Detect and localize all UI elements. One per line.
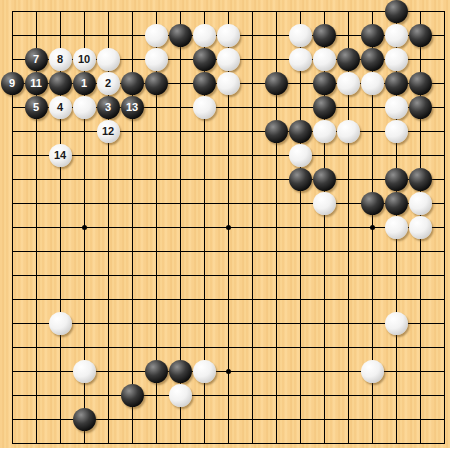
intersection[interactable] [120, 407, 144, 431]
intersection[interactable] [288, 71, 312, 95]
intersection[interactable] [24, 311, 48, 335]
intersection[interactable] [144, 407, 168, 431]
intersection[interactable] [96, 359, 120, 383]
intersection[interactable] [432, 287, 450, 311]
intersection[interactable] [96, 335, 120, 359]
intersection[interactable] [432, 263, 450, 287]
intersection[interactable] [216, 311, 240, 335]
intersection[interactable] [168, 0, 192, 23]
intersection[interactable]: 11 [24, 71, 48, 95]
intersection[interactable] [288, 407, 312, 431]
intersection[interactable] [72, 287, 96, 311]
intersection[interactable] [0, 239, 24, 263]
intersection[interactable] [120, 143, 144, 167]
intersection[interactable] [96, 383, 120, 407]
intersection[interactable] [72, 143, 96, 167]
intersection[interactable] [264, 47, 288, 71]
intersection[interactable] [144, 239, 168, 263]
intersection[interactable] [312, 383, 336, 407]
intersection[interactable] [288, 143, 312, 167]
intersection[interactable] [312, 95, 336, 119]
intersection[interactable] [144, 431, 168, 448]
intersection[interactable] [312, 143, 336, 167]
intersection[interactable] [192, 143, 216, 167]
intersection[interactable] [144, 383, 168, 407]
intersection[interactable] [0, 311, 24, 335]
intersection[interactable] [288, 23, 312, 47]
intersection[interactable] [432, 167, 450, 191]
intersection[interactable] [168, 119, 192, 143]
intersection[interactable] [168, 383, 192, 407]
intersection[interactable] [72, 431, 96, 448]
intersection[interactable] [24, 263, 48, 287]
intersection[interactable] [48, 263, 72, 287]
intersection[interactable] [192, 359, 216, 383]
intersection[interactable] [120, 167, 144, 191]
intersection[interactable] [24, 191, 48, 215]
intersection[interactable] [24, 407, 48, 431]
intersection[interactable] [120, 119, 144, 143]
intersection[interactable] [240, 335, 264, 359]
intersection[interactable] [240, 359, 264, 383]
intersection[interactable] [408, 167, 432, 191]
intersection[interactable] [336, 23, 360, 47]
intersection[interactable] [72, 335, 96, 359]
intersection[interactable] [48, 335, 72, 359]
intersection[interactable] [360, 143, 384, 167]
intersection[interactable] [0, 383, 24, 407]
intersection[interactable] [72, 95, 96, 119]
intersection[interactable] [288, 0, 312, 23]
intersection[interactable] [432, 215, 450, 239]
intersection[interactable]: 14 [48, 143, 72, 167]
intersection[interactable] [408, 191, 432, 215]
intersection[interactable] [360, 47, 384, 71]
intersection[interactable] [96, 0, 120, 23]
intersection[interactable] [384, 47, 408, 71]
intersection[interactable] [168, 191, 192, 215]
intersection[interactable] [264, 335, 288, 359]
intersection[interactable] [0, 191, 24, 215]
intersection[interactable] [216, 119, 240, 143]
intersection[interactable] [384, 311, 408, 335]
intersection[interactable] [408, 383, 432, 407]
intersection[interactable] [0, 47, 24, 71]
intersection[interactable] [96, 215, 120, 239]
intersection[interactable] [192, 407, 216, 431]
intersection[interactable]: 2 [96, 71, 120, 95]
intersection[interactable] [408, 95, 432, 119]
intersection[interactable] [216, 95, 240, 119]
intersection[interactable] [360, 383, 384, 407]
intersection[interactable] [96, 431, 120, 448]
intersection[interactable] [240, 47, 264, 71]
intersection[interactable] [336, 119, 360, 143]
intersection[interactable] [264, 407, 288, 431]
intersection[interactable] [192, 23, 216, 47]
intersection[interactable] [0, 95, 24, 119]
intersection[interactable] [336, 0, 360, 23]
intersection[interactable] [336, 263, 360, 287]
intersection[interactable] [432, 431, 450, 448]
intersection[interactable] [216, 239, 240, 263]
intersection[interactable] [264, 95, 288, 119]
intersection[interactable] [360, 431, 384, 448]
intersection[interactable] [264, 23, 288, 47]
intersection[interactable] [72, 263, 96, 287]
intersection[interactable] [192, 263, 216, 287]
intersection[interactable] [72, 239, 96, 263]
intersection[interactable] [264, 287, 288, 311]
intersection[interactable] [96, 311, 120, 335]
intersection[interactable] [264, 71, 288, 95]
intersection[interactable] [432, 191, 450, 215]
intersection[interactable] [216, 0, 240, 23]
intersection[interactable] [336, 47, 360, 71]
intersection[interactable] [168, 431, 192, 448]
intersection[interactable] [288, 119, 312, 143]
intersection[interactable] [240, 191, 264, 215]
intersection[interactable] [48, 71, 72, 95]
intersection[interactable] [24, 431, 48, 448]
intersection[interactable] [384, 407, 408, 431]
intersection[interactable] [336, 287, 360, 311]
intersection[interactable] [384, 287, 408, 311]
intersection[interactable] [216, 23, 240, 47]
intersection[interactable] [96, 143, 120, 167]
intersection[interactable] [408, 47, 432, 71]
intersection[interactable] [288, 47, 312, 71]
intersection[interactable] [192, 311, 216, 335]
intersection[interactable] [336, 383, 360, 407]
intersection[interactable] [144, 287, 168, 311]
intersection[interactable] [144, 119, 168, 143]
intersection[interactable] [312, 119, 336, 143]
intersection[interactable] [288, 359, 312, 383]
intersection[interactable] [240, 95, 264, 119]
intersection[interactable] [168, 407, 192, 431]
intersection[interactable] [120, 263, 144, 287]
intersection[interactable] [144, 0, 168, 23]
intersection[interactable] [192, 47, 216, 71]
intersection[interactable] [288, 239, 312, 263]
intersection[interactable] [48, 311, 72, 335]
intersection[interactable] [384, 95, 408, 119]
intersection[interactable] [216, 143, 240, 167]
intersection[interactable] [192, 71, 216, 95]
intersection[interactable] [192, 0, 216, 23]
intersection[interactable] [264, 431, 288, 448]
intersection[interactable] [144, 335, 168, 359]
intersection[interactable] [168, 23, 192, 47]
intersection[interactable] [0, 287, 24, 311]
intersection[interactable] [384, 143, 408, 167]
intersection[interactable] [96, 407, 120, 431]
intersection[interactable] [288, 311, 312, 335]
intersection[interactable] [288, 431, 312, 448]
intersection[interactable] [288, 191, 312, 215]
intersection[interactable] [408, 311, 432, 335]
intersection[interactable] [408, 287, 432, 311]
intersection[interactable] [336, 167, 360, 191]
intersection[interactable] [264, 359, 288, 383]
intersection[interactable] [0, 359, 24, 383]
intersection[interactable] [432, 335, 450, 359]
intersection[interactable] [48, 287, 72, 311]
intersection[interactable] [144, 263, 168, 287]
intersection[interactable] [360, 23, 384, 47]
intersection[interactable] [312, 287, 336, 311]
intersection[interactable] [432, 47, 450, 71]
intersection[interactable] [72, 167, 96, 191]
intersection[interactable] [216, 167, 240, 191]
intersection[interactable] [288, 263, 312, 287]
intersection[interactable] [384, 167, 408, 191]
intersection[interactable] [0, 335, 24, 359]
intersection[interactable] [240, 119, 264, 143]
intersection[interactable] [0, 119, 24, 143]
intersection[interactable] [24, 287, 48, 311]
intersection[interactable] [120, 47, 144, 71]
intersection[interactable] [312, 335, 336, 359]
intersection[interactable] [408, 119, 432, 143]
intersection[interactable] [168, 47, 192, 71]
intersection[interactable] [288, 167, 312, 191]
intersection[interactable]: 3 [96, 95, 120, 119]
intersection[interactable] [312, 71, 336, 95]
intersection[interactable] [264, 215, 288, 239]
intersection[interactable] [408, 431, 432, 448]
intersection[interactable] [120, 287, 144, 311]
intersection[interactable] [360, 407, 384, 431]
intersection[interactable] [240, 239, 264, 263]
intersection[interactable] [48, 0, 72, 23]
intersection[interactable] [408, 71, 432, 95]
intersection[interactable] [336, 431, 360, 448]
intersection[interactable] [72, 215, 96, 239]
intersection[interactable] [0, 0, 24, 23]
intersection[interactable] [360, 263, 384, 287]
intersection[interactable] [432, 239, 450, 263]
intersection[interactable] [24, 143, 48, 167]
intersection[interactable] [336, 407, 360, 431]
intersection[interactable] [216, 71, 240, 95]
intersection[interactable] [120, 239, 144, 263]
intersection[interactable]: 5 [24, 95, 48, 119]
intersection[interactable] [312, 431, 336, 448]
intersection[interactable] [48, 167, 72, 191]
intersection[interactable] [336, 239, 360, 263]
intersection[interactable] [216, 359, 240, 383]
intersection[interactable] [72, 23, 96, 47]
intersection[interactable] [360, 359, 384, 383]
intersection[interactable] [216, 191, 240, 215]
intersection[interactable] [48, 23, 72, 47]
intersection[interactable] [168, 167, 192, 191]
intersection[interactable] [120, 311, 144, 335]
intersection[interactable] [336, 311, 360, 335]
intersection[interactable] [360, 95, 384, 119]
intersection[interactable] [288, 335, 312, 359]
intersection[interactable] [48, 359, 72, 383]
intersection[interactable] [360, 335, 384, 359]
intersection[interactable] [264, 119, 288, 143]
intersection[interactable] [336, 335, 360, 359]
intersection[interactable] [216, 263, 240, 287]
intersection[interactable] [432, 95, 450, 119]
intersection[interactable] [96, 287, 120, 311]
intersection[interactable] [432, 383, 450, 407]
intersection[interactable] [192, 335, 216, 359]
intersection[interactable] [240, 167, 264, 191]
intersection[interactable] [384, 383, 408, 407]
intersection[interactable] [384, 431, 408, 448]
intersection[interactable] [120, 335, 144, 359]
intersection[interactable] [144, 47, 168, 71]
intersection[interactable] [24, 359, 48, 383]
intersection[interactable] [432, 143, 450, 167]
intersection[interactable] [96, 47, 120, 71]
intersection[interactable] [312, 23, 336, 47]
intersection[interactable] [192, 119, 216, 143]
intersection[interactable] [240, 215, 264, 239]
intersection[interactable] [192, 239, 216, 263]
intersection[interactable] [408, 359, 432, 383]
intersection[interactable] [72, 383, 96, 407]
intersection[interactable] [432, 71, 450, 95]
intersection[interactable] [360, 311, 384, 335]
intersection[interactable] [0, 431, 24, 448]
intersection[interactable] [72, 311, 96, 335]
intersection[interactable] [24, 23, 48, 47]
intersection[interactable] [192, 431, 216, 448]
intersection[interactable] [384, 359, 408, 383]
intersection[interactable] [24, 167, 48, 191]
intersection[interactable] [360, 239, 384, 263]
intersection[interactable] [216, 407, 240, 431]
intersection[interactable] [360, 71, 384, 95]
intersection[interactable] [360, 191, 384, 215]
intersection[interactable] [216, 431, 240, 448]
intersection[interactable] [168, 335, 192, 359]
intersection[interactable] [144, 191, 168, 215]
intersection[interactable] [72, 407, 96, 431]
intersection[interactable] [120, 431, 144, 448]
intersection[interactable] [48, 431, 72, 448]
intersection[interactable] [96, 191, 120, 215]
intersection[interactable] [432, 359, 450, 383]
intersection[interactable] [144, 215, 168, 239]
intersection[interactable] [312, 407, 336, 431]
intersection[interactable] [264, 311, 288, 335]
intersection[interactable] [312, 167, 336, 191]
intersection[interactable] [24, 383, 48, 407]
intersection[interactable] [144, 359, 168, 383]
intersection[interactable] [312, 263, 336, 287]
intersection[interactable] [0, 215, 24, 239]
intersection[interactable] [192, 287, 216, 311]
intersection[interactable] [144, 311, 168, 335]
intersection[interactable] [216, 287, 240, 311]
intersection[interactable] [168, 287, 192, 311]
intersection[interactable] [120, 215, 144, 239]
intersection[interactable] [0, 167, 24, 191]
intersection[interactable] [384, 119, 408, 143]
intersection[interactable]: 10 [72, 47, 96, 71]
intersection[interactable] [216, 215, 240, 239]
intersection[interactable] [24, 239, 48, 263]
intersection[interactable] [288, 95, 312, 119]
intersection[interactable] [408, 143, 432, 167]
intersection[interactable] [312, 0, 336, 23]
intersection[interactable] [384, 263, 408, 287]
intersection[interactable] [312, 215, 336, 239]
intersection[interactable] [192, 383, 216, 407]
intersection[interactable] [312, 191, 336, 215]
intersection[interactable] [336, 71, 360, 95]
intersection[interactable] [264, 263, 288, 287]
intersection[interactable] [336, 95, 360, 119]
intersection[interactable] [192, 167, 216, 191]
intersection[interactable] [336, 191, 360, 215]
intersection[interactable] [336, 143, 360, 167]
intersection[interactable] [288, 287, 312, 311]
intersection[interactable] [24, 0, 48, 23]
intersection[interactable] [24, 335, 48, 359]
intersection[interactable] [432, 311, 450, 335]
intersection[interactable]: 4 [48, 95, 72, 119]
intersection[interactable] [216, 383, 240, 407]
intersection[interactable] [336, 215, 360, 239]
intersection[interactable] [384, 0, 408, 23]
intersection[interactable] [240, 263, 264, 287]
go-board[interactable]: 781091112543131214 [0, 0, 450, 448]
intersection[interactable] [192, 215, 216, 239]
intersection[interactable] [264, 0, 288, 23]
intersection[interactable] [240, 407, 264, 431]
intersection[interactable] [408, 0, 432, 23]
intersection[interactable] [72, 359, 96, 383]
intersection[interactable] [24, 215, 48, 239]
intersection[interactable] [48, 191, 72, 215]
intersection[interactable] [24, 119, 48, 143]
intersection[interactable] [216, 335, 240, 359]
intersection[interactable] [192, 191, 216, 215]
intersection[interactable] [312, 47, 336, 71]
intersection[interactable] [120, 23, 144, 47]
intersection[interactable] [120, 71, 144, 95]
intersection[interactable] [0, 407, 24, 431]
intersection[interactable] [168, 311, 192, 335]
intersection[interactable] [168, 263, 192, 287]
intersection[interactable] [384, 23, 408, 47]
intersection[interactable] [408, 215, 432, 239]
intersection[interactable] [120, 383, 144, 407]
intersection[interactable] [96, 263, 120, 287]
intersection[interactable] [144, 23, 168, 47]
intersection[interactable] [72, 191, 96, 215]
intersection[interactable] [384, 239, 408, 263]
intersection[interactable] [384, 215, 408, 239]
intersection[interactable] [264, 143, 288, 167]
intersection[interactable] [48, 119, 72, 143]
intersection[interactable] [192, 95, 216, 119]
intersection[interactable] [432, 407, 450, 431]
intersection[interactable] [168, 95, 192, 119]
intersection[interactable] [168, 143, 192, 167]
intersection[interactable] [216, 47, 240, 71]
intersection[interactable]: 1 [72, 71, 96, 95]
